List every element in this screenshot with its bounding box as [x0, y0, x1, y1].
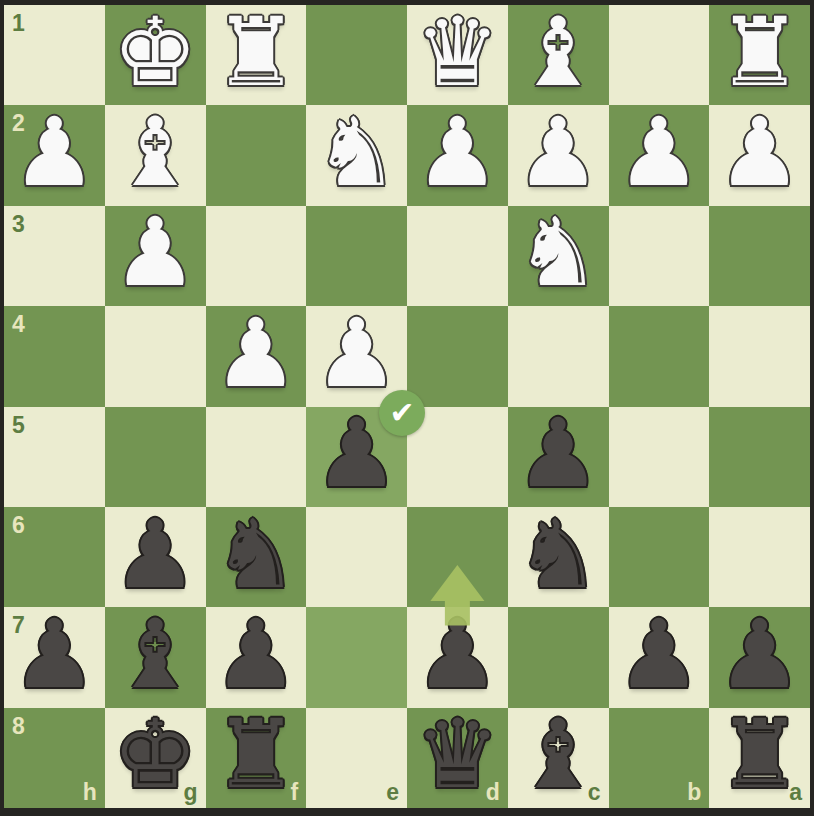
square-d1[interactable]: ♛ [407, 5, 508, 105]
white-pawn[interactable]: ♟ [12, 105, 97, 200]
black-knight[interactable]: ♞ [213, 507, 298, 602]
square-g3[interactable]: ♟ [105, 206, 206, 306]
rank-label-3: 3 [12, 211, 25, 238]
black-pawn[interactable]: ♟ [113, 507, 198, 602]
square-h2[interactable]: 2♟ [4, 105, 105, 205]
rank-label-5: 5 [12, 412, 25, 439]
rank-label-6: 6 [12, 512, 25, 539]
square-e6[interactable] [306, 507, 407, 607]
square-h6[interactable]: 6 [4, 507, 105, 607]
square-h3[interactable]: 3 [4, 206, 105, 306]
square-d4[interactable] [407, 306, 508, 406]
square-a5[interactable] [709, 407, 810, 507]
square-h7[interactable]: 7♟ [4, 607, 105, 707]
square-c7[interactable] [508, 607, 609, 707]
white-pawn[interactable]: ♟ [717, 105, 802, 200]
square-b7[interactable]: ♟ [609, 607, 710, 707]
black-pawn[interactable]: ♟ [516, 406, 601, 501]
square-f5[interactable] [206, 407, 307, 507]
square-a2[interactable]: ♟ [709, 105, 810, 205]
square-h5[interactable]: 5 [4, 407, 105, 507]
square-e7[interactable] [306, 607, 407, 707]
square-f2[interactable] [206, 105, 307, 205]
square-e4[interactable]: ♟ [306, 306, 407, 406]
square-f4[interactable]: ♟ [206, 306, 307, 406]
square-a1[interactable]: ♜ [709, 5, 810, 105]
black-pawn[interactable]: ♟ [314, 406, 399, 501]
black-bishop[interactable]: ♝ [516, 707, 601, 802]
square-g8[interactable]: g♚ [105, 708, 206, 808]
white-knight[interactable]: ♞ [516, 205, 601, 300]
square-d2[interactable]: ♟ [407, 105, 508, 205]
white-pawn[interactable]: ♟ [113, 205, 198, 300]
black-pawn[interactable]: ♟ [213, 607, 298, 702]
black-pawn[interactable]: ♟ [12, 607, 97, 702]
square-a3[interactable] [709, 206, 810, 306]
square-g4[interactable] [105, 306, 206, 406]
chess-board: 1♚♜♛♝♜2♟♝♞♟♟♟♟3♟♞4♟♟5♟♟6♟♞♞7♟♝♟♟♟♟8hg♚f♜… [4, 5, 810, 808]
square-b6[interactable] [609, 507, 710, 607]
square-c3[interactable]: ♞ [508, 206, 609, 306]
square-b3[interactable] [609, 206, 710, 306]
black-pawn[interactable]: ♟ [616, 607, 701, 702]
square-e3[interactable] [306, 206, 407, 306]
black-pawn[interactable]: ♟ [717, 607, 802, 702]
white-rook[interactable]: ♜ [717, 5, 802, 100]
square-e8[interactable]: e [306, 708, 407, 808]
square-g6[interactable]: ♟ [105, 507, 206, 607]
file-label-e: e [386, 779, 399, 806]
file-label-h: h [83, 779, 97, 806]
white-pawn[interactable]: ♟ [314, 306, 399, 401]
square-a4[interactable] [709, 306, 810, 406]
square-f1[interactable]: ♜ [206, 5, 307, 105]
square-f6[interactable]: ♞ [206, 507, 307, 607]
square-b1[interactable] [609, 5, 710, 105]
white-queen[interactable]: ♛ [415, 5, 500, 100]
rank-label-1: 1 [12, 10, 25, 37]
black-queen[interactable]: ♛ [415, 707, 500, 802]
square-a6[interactable] [709, 507, 810, 607]
square-d5[interactable] [407, 407, 508, 507]
square-e2[interactable]: ♞ [306, 105, 407, 205]
white-rook[interactable]: ♜ [213, 5, 298, 100]
white-knight[interactable]: ♞ [314, 105, 399, 200]
square-c4[interactable] [508, 306, 609, 406]
square-e1[interactable] [306, 5, 407, 105]
rank-label-4: 4 [12, 311, 25, 338]
black-pawn[interactable]: ♟ [415, 607, 500, 702]
black-king[interactable]: ♚ [113, 707, 198, 802]
white-bishop[interactable]: ♝ [516, 5, 601, 100]
rank-label-8: 8 [12, 713, 25, 740]
square-b2[interactable]: ♟ [609, 105, 710, 205]
square-c5[interactable]: ♟ [508, 407, 609, 507]
square-f8[interactable]: f♜ [206, 708, 307, 808]
square-c1[interactable]: ♝ [508, 5, 609, 105]
square-d7[interactable]: ♟ [407, 607, 508, 707]
square-h1[interactable]: 1 [4, 5, 105, 105]
white-pawn[interactable]: ♟ [516, 105, 601, 200]
black-rook[interactable]: ♜ [717, 707, 802, 802]
square-c8[interactable]: c♝ [508, 708, 609, 808]
square-h4[interactable]: 4 [4, 306, 105, 406]
square-g2[interactable]: ♝ [105, 105, 206, 205]
square-b5[interactable] [609, 407, 710, 507]
file-label-b: b [687, 779, 701, 806]
white-pawn[interactable]: ♟ [213, 306, 298, 401]
square-b8[interactable]: b [609, 708, 710, 808]
square-g5[interactable] [105, 407, 206, 507]
white-pawn[interactable]: ♟ [616, 105, 701, 200]
black-rook[interactable]: ♜ [213, 707, 298, 802]
square-a7[interactable]: ♟ [709, 607, 810, 707]
black-bishop[interactable]: ♝ [113, 607, 198, 702]
white-bishop[interactable]: ♝ [113, 105, 198, 200]
square-a8[interactable]: a♜ [709, 708, 810, 808]
square-f3[interactable] [206, 206, 307, 306]
square-d3[interactable] [407, 206, 508, 306]
square-c6[interactable]: ♞ [508, 507, 609, 607]
square-e5[interactable]: ♟ [306, 407, 407, 507]
square-d8[interactable]: d♛ [407, 708, 508, 808]
white-king[interactable]: ♚ [113, 5, 198, 100]
square-g1[interactable]: ♚ [105, 5, 206, 105]
square-f7[interactable]: ♟ [206, 607, 307, 707]
white-pawn[interactable]: ♟ [415, 105, 500, 200]
square-h8[interactable]: 8h [4, 708, 105, 808]
square-b4[interactable] [609, 306, 710, 406]
square-g7[interactable]: ♝ [105, 607, 206, 707]
black-knight[interactable]: ♞ [516, 507, 601, 602]
square-c2[interactable]: ♟ [508, 105, 609, 205]
square-d6[interactable] [407, 507, 508, 607]
